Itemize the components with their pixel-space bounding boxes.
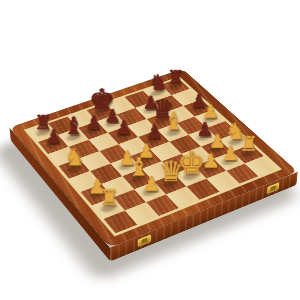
piece-light-pawn-c4: ♟: [115, 122, 138, 167]
piece-dark-pawn-d7: ♟: [102, 82, 124, 125]
piece-shadow: [167, 83, 183, 91]
piece-shadow: [34, 128, 51, 137]
brass-latch-icon: [138, 234, 151, 247]
piece-shadow: [239, 149, 257, 159]
product-photo-chess-set: ♜♚♞♜♟♝♟♟♟♟♛♟♟♟♞♝♟♟♟♟♝♟♞♜♟♛♚♟♟♜: [0, 0, 300, 300]
piece-shadow: [141, 187, 160, 198]
piece-shadow: [181, 171, 199, 181]
piece-shadow: [161, 179, 180, 190]
piece-shadow: [99, 203, 118, 214]
chessboard-box: ♜♚♞♜♟♝♟♟♟♟♛♟♟♟♞♝♟♟♟♟♝♟♞♜♟♛♚♟♟♜: [10, 69, 298, 248]
piece-light-knight-a5: ♞: [63, 125, 86, 170]
piece-shadow: [149, 89, 166, 98]
piece-shadow: [65, 164, 83, 174]
piece-shadow: [202, 114, 219, 123]
piece-shadow: [137, 154, 155, 164]
piece-shadow: [164, 128, 181, 137]
scene: ♜♚♞♜♟♝♟♟♟♟♛♟♟♟♞♝♟♟♟♟♝♟♞♜♟♛♚♟♟♜: [0, 0, 300, 300]
piece-dark-bishop-b7: ♝: [63, 95, 85, 138]
piece-shadow: [93, 108, 110, 117]
piece-shadow: [195, 133, 213, 143]
piece-shadow: [145, 135, 163, 145]
piece-shadow: [220, 156, 238, 166]
brass-latch-icon: [267, 182, 279, 194]
piece-light-king-e2: ♚: [180, 132, 203, 177]
